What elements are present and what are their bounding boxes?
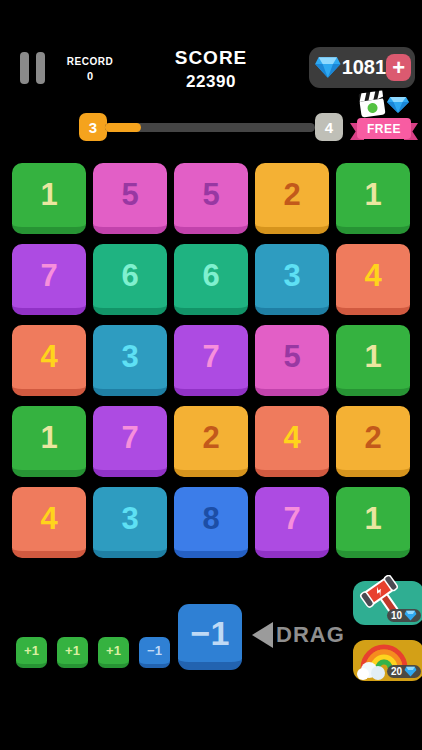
free-label: FREE bbox=[357, 118, 411, 139]
rainbow-cost: 20 bbox=[391, 666, 402, 677]
game-screen: RECORD 0 SCORE 22390 1081 + 3 4 bbox=[0, 0, 422, 750]
gem-icon bbox=[314, 55, 342, 80]
grid-tile-r5c3[interactable]: 8 bbox=[174, 487, 248, 558]
grid-tile-r4c1[interactable]: 1 bbox=[12, 406, 86, 477]
level-progress-track bbox=[105, 123, 315, 132]
gem-icon bbox=[404, 610, 417, 621]
current-drag-tile[interactable]: −1 bbox=[178, 604, 242, 670]
current-level-badge: 3 bbox=[79, 113, 107, 141]
grid-tile-r4c2[interactable]: 7 bbox=[93, 406, 167, 477]
free-ribbon: FREE bbox=[357, 118, 411, 139]
grid-tile-r5c2[interactable]: 3 bbox=[93, 487, 167, 558]
add-gems-button[interactable]: + bbox=[386, 54, 411, 81]
grid-tile-r1c3[interactable]: 5 bbox=[174, 163, 248, 234]
grid-tile-r4c5[interactable]: 2 bbox=[336, 406, 410, 477]
hammer-cost: 10 bbox=[391, 610, 402, 621]
grid-tile-r3c2[interactable]: 3 bbox=[93, 325, 167, 396]
drag-label: DRAG bbox=[276, 622, 345, 648]
queue-tile-4: −1 bbox=[139, 637, 170, 668]
queue-tile-3: +1 bbox=[98, 637, 129, 668]
clapperboard-gems-icon bbox=[352, 89, 416, 119]
arrow-left-icon bbox=[252, 622, 273, 648]
grid-tile-r4c3[interactable]: 2 bbox=[174, 406, 248, 477]
rainbow-cost-badge: 20 bbox=[387, 665, 421, 678]
game-board: 1552176634437511724243871 bbox=[12, 163, 410, 558]
grid-tile-r1c4[interactable]: 2 bbox=[255, 163, 329, 234]
grid-tile-r3c1[interactable]: 4 bbox=[12, 325, 86, 396]
grid-tile-r2c1[interactable]: 7 bbox=[12, 244, 86, 315]
next-level-badge: 4 bbox=[315, 113, 343, 141]
level-progress-fill bbox=[105, 123, 141, 132]
tile-queue: +1+1+1−1 bbox=[16, 637, 170, 668]
rainbow-booster-button[interactable]: 20 bbox=[353, 640, 422, 681]
grid-tile-r5c5[interactable]: 1 bbox=[336, 487, 410, 558]
hammer-booster-button[interactable]: 10 bbox=[353, 581, 422, 625]
grid-tile-r2c5[interactable]: 4 bbox=[336, 244, 410, 315]
grid-tile-r3c4[interactable]: 5 bbox=[255, 325, 329, 396]
grid-tile-r2c2[interactable]: 6 bbox=[93, 244, 167, 315]
hammer-cost-badge: 10 bbox=[387, 609, 421, 622]
queue-tile-2: +1 bbox=[57, 637, 88, 668]
gem-count: 1081 bbox=[342, 56, 387, 79]
gem-counter[interactable]: 1081 + bbox=[309, 47, 415, 88]
grid-tile-r5c1[interactable]: 4 bbox=[12, 487, 86, 558]
grid-tile-r1c5[interactable]: 1 bbox=[336, 163, 410, 234]
grid-tile-r3c3[interactable]: 7 bbox=[174, 325, 248, 396]
grid-tile-r4c4[interactable]: 4 bbox=[255, 406, 329, 477]
drag-hint: DRAG bbox=[252, 622, 345, 648]
grid-tile-r2c4[interactable]: 3 bbox=[255, 244, 329, 315]
queue-tile-1: +1 bbox=[16, 637, 47, 668]
grid-tile-r2c3[interactable]: 6 bbox=[174, 244, 248, 315]
grid-tile-r3c5[interactable]: 1 bbox=[336, 325, 410, 396]
grid-tile-r1c1[interactable]: 1 bbox=[12, 163, 86, 234]
gem-icon bbox=[404, 666, 417, 677]
grid-tile-r1c2[interactable]: 5 bbox=[93, 163, 167, 234]
grid-tile-r5c4[interactable]: 7 bbox=[255, 487, 329, 558]
free-reward-button[interactable]: FREE bbox=[352, 89, 416, 141]
